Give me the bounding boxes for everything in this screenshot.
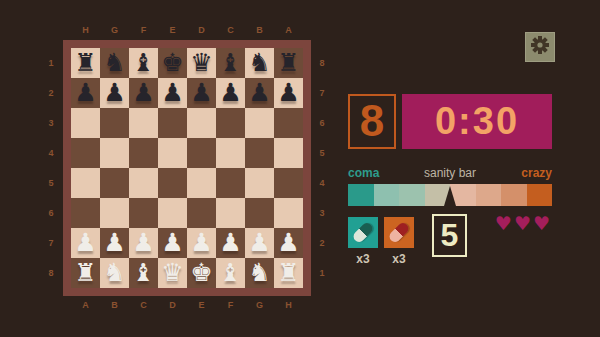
- square-d1[interactable]: ♛: [158, 258, 187, 288]
- file-labels-bottom: ABCDEFGH: [71, 299, 303, 311]
- square-d4[interactable]: [158, 168, 187, 198]
- square-c1[interactable]: ♝: [129, 258, 158, 288]
- sanity-bar-labels: coma sanity bar crazy: [348, 166, 552, 180]
- piece-white-knight[interactable]: ♞: [245, 258, 274, 288]
- square-c5[interactable]: [129, 138, 158, 168]
- piece-black-queen[interactable]: ♛: [187, 48, 216, 78]
- file-label-c: C: [216, 24, 245, 36]
- square-f4[interactable]: [216, 168, 245, 198]
- rank-label-5: 5: [315, 138, 329, 168]
- square-f3[interactable]: [216, 198, 245, 228]
- square-g5[interactable]: [245, 138, 274, 168]
- square-h4[interactable]: [274, 168, 303, 198]
- sanity-segment-6: [476, 184, 502, 206]
- square-b3[interactable]: [100, 198, 129, 228]
- timer-display: 0:30: [402, 94, 552, 149]
- piece-black-bishop[interactable]: ♝: [216, 48, 245, 78]
- square-a4[interactable]: [71, 168, 100, 198]
- rank-label-8: 8: [44, 258, 58, 288]
- sanity-bar: [348, 184, 552, 206]
- sanity-segment-1: [348, 184, 374, 206]
- piece-white-pawn[interactable]: ♟: [216, 228, 245, 258]
- file-label-b: B: [245, 24, 274, 36]
- piece-white-pawn[interactable]: ♟: [187, 228, 216, 258]
- sanity-segment-7: [501, 184, 527, 206]
- square-a5[interactable]: [71, 138, 100, 168]
- square-d2[interactable]: ♟: [158, 228, 187, 258]
- rank-label-2: 2: [315, 228, 329, 258]
- square-b6[interactable]: [100, 108, 129, 138]
- square-f6[interactable]: [216, 108, 245, 138]
- piece-white-pawn[interactable]: ♟: [245, 228, 274, 258]
- square-e1[interactable]: ♚: [187, 258, 216, 288]
- piece-white-queen[interactable]: ♛: [158, 258, 187, 288]
- square-d3[interactable]: [158, 198, 187, 228]
- square-e8[interactable]: ♛: [187, 48, 216, 78]
- file-labels-top: HGFEDCBA: [71, 24, 303, 36]
- chess-board[interactable]: ♜♞♝♚♛♝♞♜♟♟♟♟♟♟♟♟♟♟♟♟♟♟♟♟♜♞♝♛♚♝♞♜: [71, 48, 303, 288]
- piece-black-pawn[interactable]: ♟: [216, 78, 245, 108]
- square-e4[interactable]: [187, 168, 216, 198]
- piece-black-pawn[interactable]: ♟: [100, 78, 129, 108]
- square-e5[interactable]: [187, 138, 216, 168]
- piece-black-rook[interactable]: ♜: [274, 48, 303, 78]
- square-a1[interactable]: ♜: [71, 258, 100, 288]
- square-h3[interactable]: [274, 198, 303, 228]
- square-h5[interactable]: [274, 138, 303, 168]
- file-label-f: F: [216, 299, 245, 311]
- rank-labels-right: 87654321: [315, 48, 329, 288]
- file-label-d: D: [187, 24, 216, 36]
- rank-label-3: 3: [315, 198, 329, 228]
- piece-white-pawn[interactable]: ♟: [274, 228, 303, 258]
- sanity-segment-3: [399, 184, 425, 206]
- settings-button[interactable]: [525, 32, 555, 62]
- teal-pill-button[interactable]: [348, 217, 378, 248]
- square-d8[interactable]: ♚: [158, 48, 187, 78]
- square-g8[interactable]: ♞: [245, 48, 274, 78]
- square-g1[interactable]: ♞: [245, 258, 274, 288]
- piece-white-pawn[interactable]: ♟: [129, 228, 158, 258]
- lives-hearts: ♥♥♥: [490, 212, 552, 234]
- square-h7[interactable]: ♟: [274, 78, 303, 108]
- square-c8[interactable]: ♝: [129, 48, 158, 78]
- square-g7[interactable]: ♟: [245, 78, 274, 108]
- piece-white-pawn[interactable]: ♟: [158, 228, 187, 258]
- gear-icon: [530, 35, 550, 59]
- piece-black-pawn[interactable]: ♟: [129, 78, 158, 108]
- piece-black-pawn[interactable]: ♟: [158, 78, 187, 108]
- heart-icon: ♥: [533, 212, 552, 234]
- square-b7[interactable]: ♟: [100, 78, 129, 108]
- square-f8[interactable]: ♝: [216, 48, 245, 78]
- piece-white-rook[interactable]: ♜: [274, 258, 303, 288]
- board-frame: ♜♞♝♚♛♝♞♜♟♟♟♟♟♟♟♟♟♟♟♟♟♟♟♟♜♞♝♛♚♝♞♜: [63, 40, 311, 296]
- square-c4[interactable]: [129, 168, 158, 198]
- square-f5[interactable]: [216, 138, 245, 168]
- piece-black-pawn[interactable]: ♟: [71, 78, 100, 108]
- piece-white-rook[interactable]: ♜: [71, 258, 100, 288]
- square-e6[interactable]: [187, 108, 216, 138]
- square-h1[interactable]: ♜: [274, 258, 303, 288]
- square-h6[interactable]: [274, 108, 303, 138]
- teal-pill-icon: [351, 221, 374, 244]
- square-a8[interactable]: ♜: [71, 48, 100, 78]
- file-label-h: H: [274, 299, 303, 311]
- square-c3[interactable]: [129, 198, 158, 228]
- move-counter: 8: [348, 94, 396, 149]
- square-e3[interactable]: [187, 198, 216, 228]
- sanity-marker-icon: [444, 186, 456, 206]
- piece-black-bishop[interactable]: ♝: [129, 48, 158, 78]
- orange-pill-button[interactable]: [384, 217, 414, 248]
- square-b1[interactable]: ♞: [100, 258, 129, 288]
- square-g2[interactable]: ♟: [245, 228, 274, 258]
- file-label-e: E: [158, 24, 187, 36]
- square-g4[interactable]: [245, 168, 274, 198]
- piece-black-knight[interactable]: ♞: [245, 48, 274, 78]
- file-label-b: B: [100, 299, 129, 311]
- teal-pill-count: x3: [348, 252, 378, 266]
- piece-black-pawn[interactable]: ♟: [187, 78, 216, 108]
- rank-label-7: 7: [315, 78, 329, 108]
- square-c6[interactable]: [129, 108, 158, 138]
- piece-black-pawn[interactable]: ♟: [274, 78, 303, 108]
- rank-label-6: 6: [44, 198, 58, 228]
- piece-white-pawn[interactable]: ♟: [71, 228, 100, 258]
- piece-white-bishop[interactable]: ♝: [216, 258, 245, 288]
- square-f2[interactable]: ♟: [216, 228, 245, 258]
- square-b2[interactable]: ♟: [100, 228, 129, 258]
- orange-pill-count: x3: [384, 252, 414, 266]
- square-d6[interactable]: [158, 108, 187, 138]
- square-g6[interactable]: [245, 108, 274, 138]
- file-label-e: E: [187, 299, 216, 311]
- sanity-segment-2: [374, 184, 400, 206]
- heart-icon: ♥: [514, 212, 533, 234]
- rank-label-1: 1: [315, 258, 329, 288]
- piece-black-knight[interactable]: ♞: [100, 48, 129, 78]
- file-label-d: D: [158, 299, 187, 311]
- crazy-label: crazy: [521, 166, 552, 180]
- square-h2[interactable]: ♟: [274, 228, 303, 258]
- piece-black-king[interactable]: ♚: [158, 48, 187, 78]
- piece-black-pawn[interactable]: ♟: [245, 78, 274, 108]
- sanity-segment-8: [527, 184, 553, 206]
- rank-labels-left: 12345678: [44, 48, 58, 288]
- piece-white-bishop[interactable]: ♝: [129, 258, 158, 288]
- pill-counter: 5: [432, 214, 467, 257]
- square-a2[interactable]: ♟: [71, 228, 100, 258]
- square-d5[interactable]: [158, 138, 187, 168]
- square-d7[interactable]: ♟: [158, 78, 187, 108]
- square-f1[interactable]: ♝: [216, 258, 245, 288]
- square-h8[interactable]: ♜: [274, 48, 303, 78]
- square-b8[interactable]: ♞: [100, 48, 129, 78]
- square-b4[interactable]: [100, 168, 129, 198]
- square-c2[interactable]: ♟: [129, 228, 158, 258]
- rank-label-4: 4: [44, 138, 58, 168]
- rank-label-2: 2: [44, 78, 58, 108]
- rank-label-1: 1: [44, 48, 58, 78]
- piece-white-king[interactable]: ♚: [187, 258, 216, 288]
- file-label-a: A: [71, 299, 100, 311]
- file-label-g: G: [245, 299, 274, 311]
- file-label-h: H: [71, 24, 100, 36]
- rank-label-7: 7: [44, 228, 58, 258]
- square-c7[interactable]: ♟: [129, 78, 158, 108]
- rank-label-4: 4: [315, 168, 329, 198]
- square-e2[interactable]: ♟: [187, 228, 216, 258]
- game-screen: HGFEDCBA 12345678 87654321 ABCDEFGH ♜♞♝♚…: [0, 0, 600, 337]
- rank-label-5: 5: [44, 168, 58, 198]
- file-label-f: F: [129, 24, 158, 36]
- square-e7[interactable]: ♟: [187, 78, 216, 108]
- file-label-g: G: [100, 24, 129, 36]
- file-label-a: A: [274, 24, 303, 36]
- square-b5[interactable]: [100, 138, 129, 168]
- rank-label-3: 3: [44, 108, 58, 138]
- file-label-c: C: [129, 299, 158, 311]
- square-g3[interactable]: [245, 198, 274, 228]
- orange-pill-icon: [387, 221, 410, 244]
- square-a6[interactable]: [71, 108, 100, 138]
- piece-white-pawn[interactable]: ♟: [100, 228, 129, 258]
- square-f7[interactable]: ♟: [216, 78, 245, 108]
- rank-label-6: 6: [315, 108, 329, 138]
- heart-icon: ♥: [495, 212, 514, 234]
- square-a3[interactable]: [71, 198, 100, 228]
- piece-black-rook[interactable]: ♜: [71, 48, 100, 78]
- piece-white-knight[interactable]: ♞: [100, 258, 129, 288]
- square-a7[interactable]: ♟: [71, 78, 100, 108]
- rank-label-8: 8: [315, 48, 329, 78]
